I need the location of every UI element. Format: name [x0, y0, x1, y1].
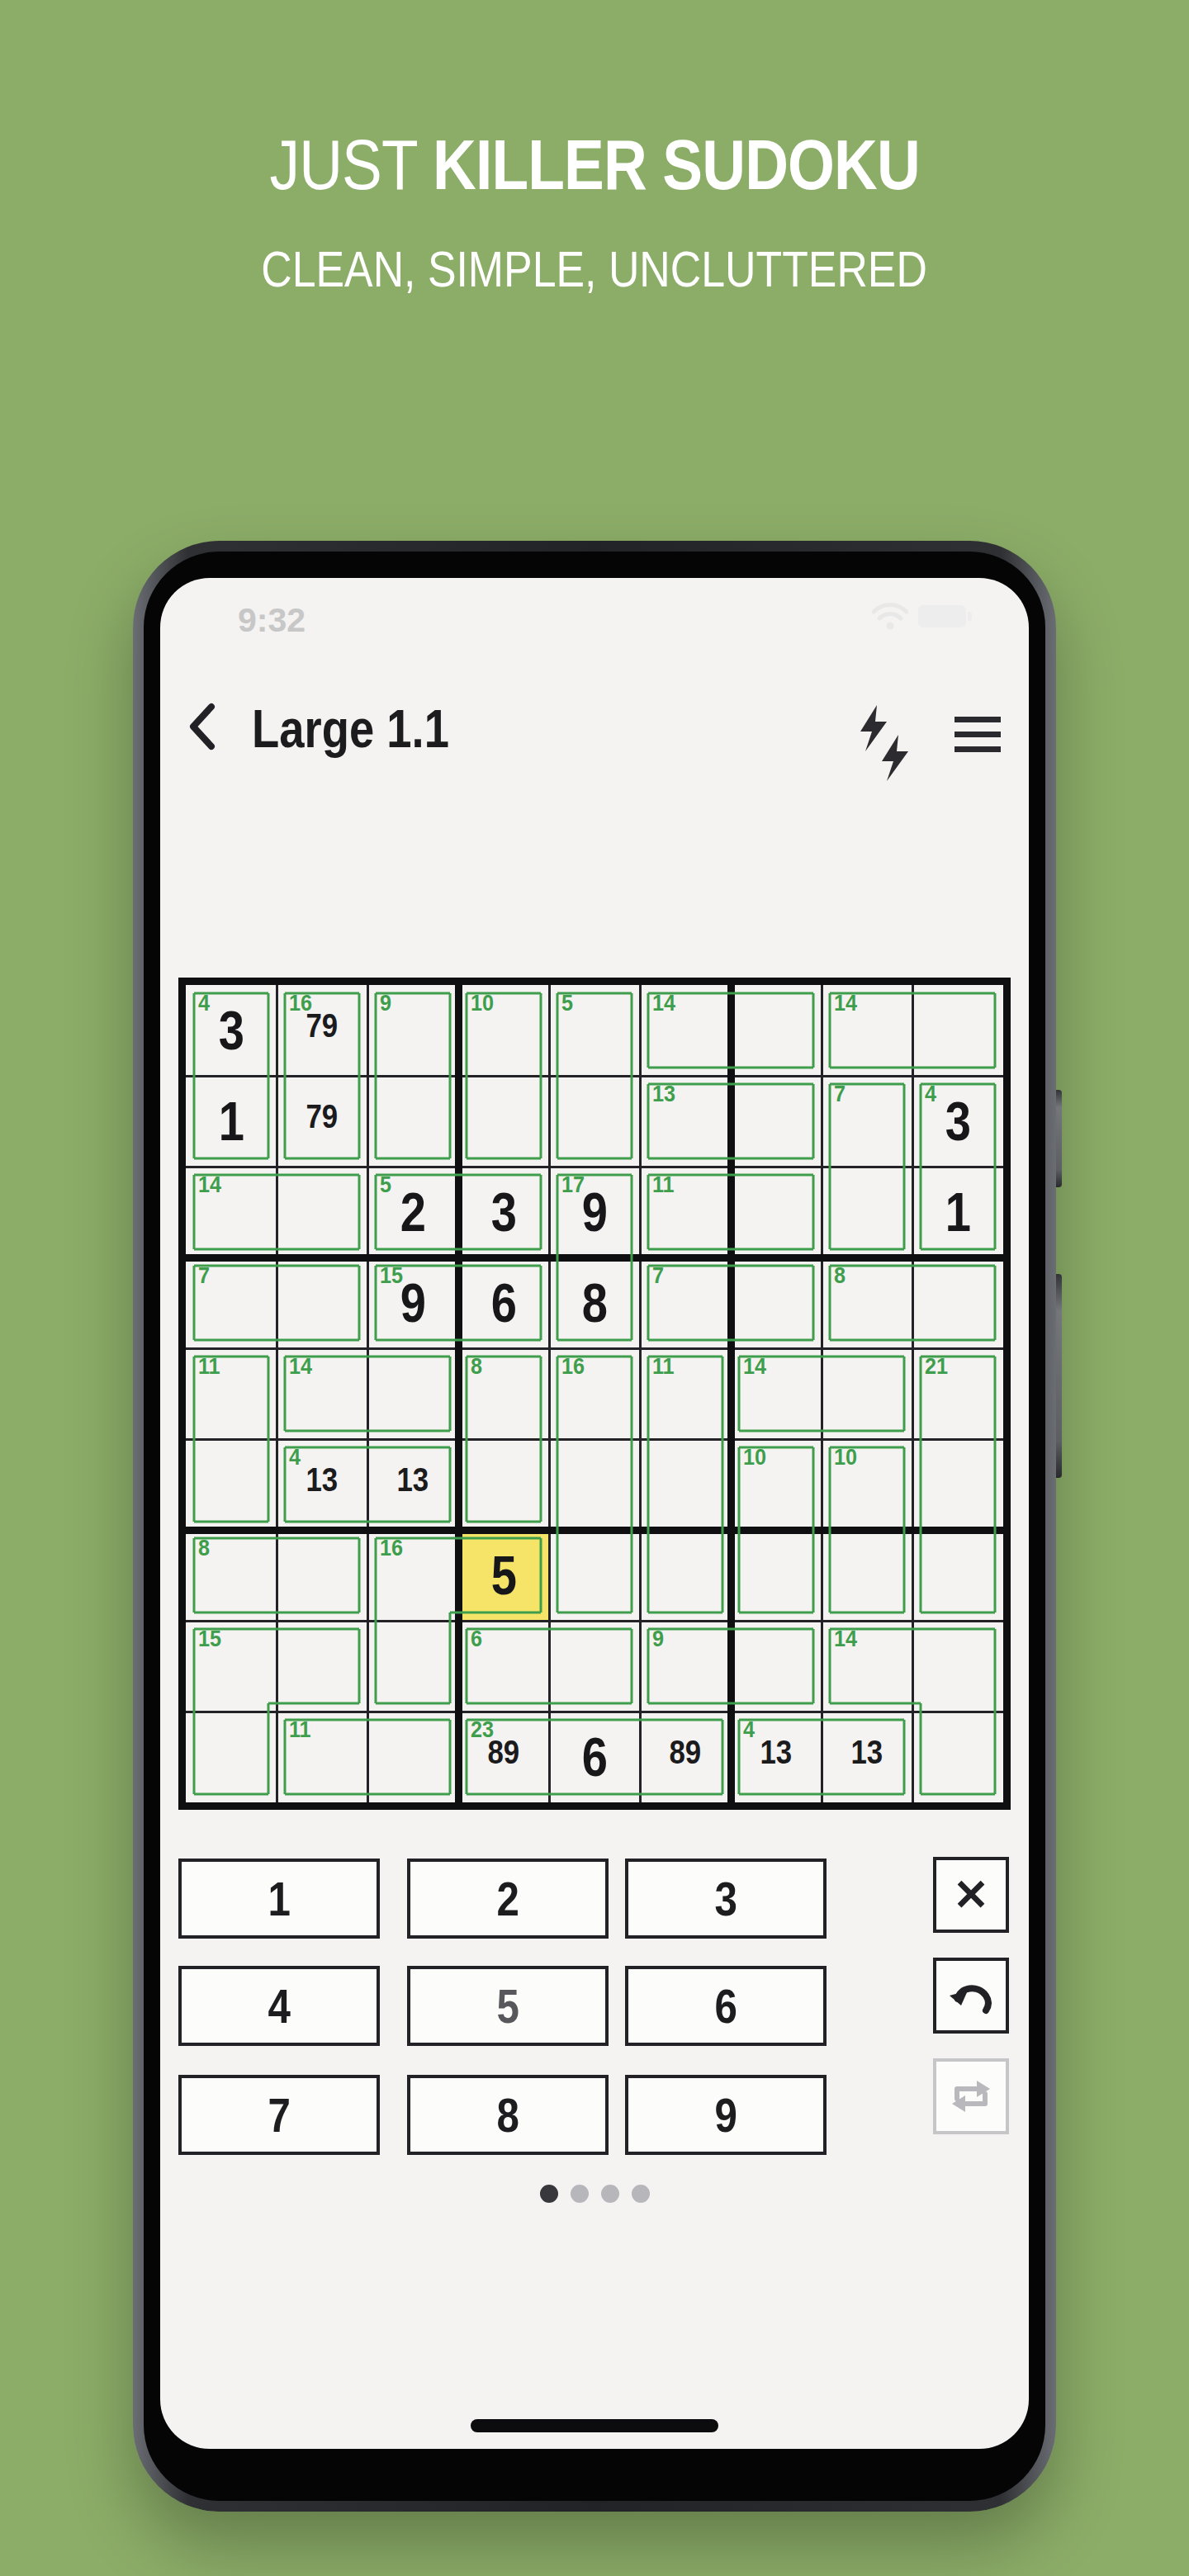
home-indicator[interactable]: [471, 2419, 718, 2432]
pager-dots[interactable]: [160, 2185, 1029, 2203]
digit-button-7[interactable]: 7: [178, 2075, 380, 2155]
digit-button-6[interactable]: 6: [625, 1966, 827, 2046]
phone-bezel: 9:32 Large 1.1 3791793239196813135896891…: [144, 552, 1045, 2501]
digit-button-4[interactable]: 4: [178, 1966, 380, 2046]
digit-button-8[interactable]: 8: [407, 2075, 609, 2155]
delete-x-icon: ✕: [953, 1870, 989, 1920]
headline-title: JUST KILLER SUDOKU: [0, 124, 1189, 206]
pager-dot-3[interactable]: [601, 2185, 619, 2203]
wifi-icon: [872, 603, 908, 631]
digit-button-1[interactable]: 1: [178, 1859, 380, 1939]
hints-icon[interactable]: [852, 703, 923, 783]
pager-dot-4[interactable]: [632, 2185, 650, 2203]
headline-subtitle: CLEAN, SIMPLE, UNCLUTTERED: [0, 240, 1189, 298]
headline-light: JUST: [269, 125, 432, 204]
digit-button-2[interactable]: 2: [407, 1859, 609, 1939]
digit-button-5[interactable]: 5: [407, 1966, 609, 2046]
repeat-button: [933, 2058, 1009, 2134]
repeat-icon: [949, 2076, 993, 2117]
phone-screen: 9:32 Large 1.1 3791793239196813135896891…: [160, 578, 1029, 2449]
status-time: 9:32: [238, 601, 306, 640]
pager-dot-1[interactable]: [540, 2185, 558, 2203]
delete-button[interactable]: ✕: [933, 1857, 1009, 1933]
digit-button-9[interactable]: 9: [625, 2075, 827, 2155]
battery-icon: [918, 605, 966, 627]
puzzle-title: Large 1.1: [234, 698, 467, 760]
phone-mockup: 9:32 Large 1.1 3791793239196813135896891…: [133, 541, 1056, 2512]
marketing-headline: JUST KILLER SUDOKU CLEAN, SIMPLE, UNCLUT…: [0, 124, 1189, 298]
undo-icon: [948, 1974, 994, 2017]
back-button[interactable]: [185, 700, 221, 753]
cage-outlines: [186, 985, 1003, 1802]
undo-button[interactable]: [933, 1958, 1009, 2034]
menu-icon[interactable]: [955, 717, 1001, 761]
headline-bold: KILLER SUDOKU: [433, 125, 920, 204]
sudoku-grid[interactable]: 3791793239196813135896891313416910514141…: [178, 978, 1011, 1810]
digit-button-3[interactable]: 3: [625, 1859, 827, 1939]
pager-dot-2[interactable]: [571, 2185, 589, 2203]
